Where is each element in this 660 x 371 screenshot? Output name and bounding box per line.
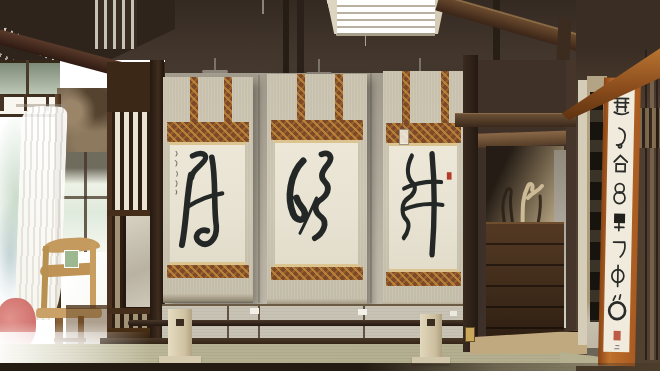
futai-strap [335, 74, 343, 120]
futai-strap [441, 71, 449, 123]
photo-japanese-room [0, 0, 660, 371]
calligraphy-butsu [389, 146, 456, 269]
seal-script-scroll [598, 78, 641, 367]
brocade-band-top [167, 122, 250, 142]
wall-groove-light [650, 55, 654, 360]
brocade-band-bottom [167, 265, 250, 278]
red-seal [447, 172, 452, 179]
seal-scroll-paper [603, 88, 635, 352]
futai-strap [402, 71, 410, 123]
chest-of-drawers [486, 222, 564, 338]
window-mullion [62, 196, 110, 199]
light-bottom-rim [337, 33, 435, 36]
futai-strap [224, 77, 232, 122]
hanging-scroll-so [163, 77, 253, 303]
futai-strap [190, 77, 198, 122]
wall-seam [370, 73, 372, 303]
window-mullion [0, 94, 4, 111]
calligraphy-paper [389, 146, 456, 269]
light-end-cap [327, 0, 337, 34]
wall-tag [358, 309, 367, 315]
red-seal-small [614, 331, 621, 341]
futai-strap [297, 74, 305, 120]
window-mullion [26, 60, 29, 94]
post-foot [159, 356, 201, 363]
hanging-wire [262, 0, 264, 14]
kamoi-beam [455, 113, 578, 127]
post-rail-slot [176, 319, 184, 326]
brocade-band-bottom [386, 272, 461, 286]
window-top-glass [0, 60, 60, 97]
ranma-lattice-window [95, 0, 137, 49]
hanging-cord [402, 73, 403, 133]
barrier-post-right [420, 314, 442, 364]
upper-wall-post [297, 0, 304, 76]
signature-column [175, 151, 177, 194]
wall-outlet [465, 327, 475, 342]
seal-script-column [603, 88, 635, 352]
wall-tag [250, 308, 259, 314]
brocade-band-top [271, 120, 363, 140]
wall-tag [450, 311, 457, 316]
upper-wall-post [283, 0, 289, 76]
hanger-rod [202, 70, 228, 73]
tatami-edge-shadow [0, 363, 660, 371]
wall-groove [656, 50, 658, 360]
light-pull-cord [365, 33, 366, 46]
alcove-post-right [566, 60, 576, 352]
calligraphy-ho [275, 143, 358, 264]
wall-groove [645, 50, 647, 360]
alcove [478, 60, 576, 352]
ceiling-light-fixture [323, 0, 449, 36]
brocade-band-top [386, 123, 461, 143]
chair-post [41, 246, 49, 312]
cream-scroll-edge [578, 80, 587, 345]
light-louvers [323, 0, 449, 36]
hanging-scroll-butsu [383, 71, 464, 311]
hanging-scroll-ho [267, 74, 367, 308]
calligraphy-paper [275, 143, 358, 264]
scroll-roller [163, 294, 253, 303]
alcove-post-left [463, 55, 478, 352]
price-tag [399, 129, 409, 145]
hanger-wire [318, 59, 320, 72]
barrier-post-left [168, 309, 192, 363]
post-rail-slot [427, 319, 435, 326]
green-card [64, 250, 79, 268]
chair-post [90, 242, 96, 312]
calligraphy-paper [170, 145, 245, 262]
calligraphy-so [170, 145, 245, 262]
window-mullion [24, 94, 27, 111]
brocade-band-bottom [271, 267, 363, 280]
hanger-wire [419, 58, 421, 71]
wall-seam [258, 75, 260, 303]
